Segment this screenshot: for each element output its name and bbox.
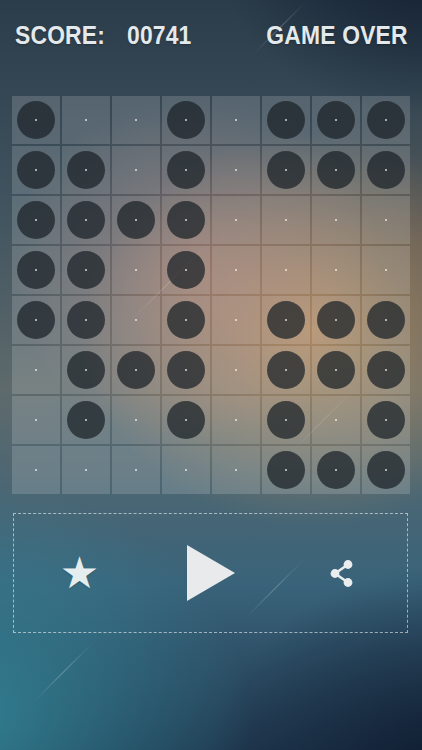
board-cell[interactable] — [12, 96, 60, 144]
board-cell[interactable] — [162, 296, 210, 344]
cell-center-dot — [185, 169, 187, 171]
cell-center-dot — [285, 419, 287, 421]
cell-center-dot — [185, 419, 187, 421]
cell-center-dot — [85, 119, 87, 121]
cell-center-dot — [235, 419, 237, 421]
board-cell[interactable] — [262, 396, 310, 444]
board-cell[interactable] — [312, 396, 360, 444]
cell-center-dot — [335, 369, 337, 371]
board-cell[interactable] — [62, 446, 110, 494]
game-over-text: GAME OVER — [267, 20, 408, 51]
light-streak — [33, 641, 95, 703]
board-cell[interactable] — [112, 246, 160, 294]
board-cell[interactable] — [162, 346, 210, 394]
score-label: SCORE: — [15, 20, 105, 51]
board-cell[interactable] — [12, 146, 60, 194]
cell-center-dot — [335, 269, 337, 271]
cell-center-dot — [85, 419, 87, 421]
cell-center-dot — [285, 469, 287, 471]
board-cell[interactable] — [62, 246, 110, 294]
board-cell[interactable] — [212, 396, 260, 444]
cell-center-dot — [35, 369, 37, 371]
board-cell[interactable] — [312, 246, 360, 294]
share-button[interactable] — [276, 514, 407, 632]
cell-center-dot — [235, 319, 237, 321]
cell-center-dot — [335, 169, 337, 171]
board-cell[interactable] — [262, 196, 310, 244]
cell-center-dot — [35, 269, 37, 271]
cell-center-dot — [35, 119, 37, 121]
score-value: 00741 — [127, 20, 192, 51]
board-cell[interactable] — [362, 446, 410, 494]
cell-center-dot — [35, 469, 37, 471]
cell-center-dot — [385, 169, 387, 171]
cell-center-dot — [385, 119, 387, 121]
board-cell[interactable] — [62, 196, 110, 244]
cell-center-dot — [185, 369, 187, 371]
cell-center-dot — [285, 119, 287, 121]
board-cell[interactable] — [262, 346, 310, 394]
board-cell[interactable] — [212, 446, 260, 494]
cell-center-dot — [85, 169, 87, 171]
cell-center-dot — [285, 369, 287, 371]
cell-center-dot — [385, 469, 387, 471]
cell-center-dot — [285, 269, 287, 271]
cell-center-dot — [385, 419, 387, 421]
cell-center-dot — [185, 469, 187, 471]
board-cell[interactable] — [262, 96, 310, 144]
board-cell[interactable] — [262, 446, 310, 494]
cell-center-dot — [335, 469, 337, 471]
board-cell[interactable] — [62, 96, 110, 144]
board-cell[interactable] — [262, 296, 310, 344]
cell-center-dot — [85, 369, 87, 371]
board-cell[interactable] — [212, 246, 260, 294]
board-cell[interactable] — [212, 196, 260, 244]
board-cell[interactable] — [312, 96, 360, 144]
board-cell[interactable] — [12, 346, 60, 394]
cell-center-dot — [335, 219, 337, 221]
cell-center-dot — [135, 369, 137, 371]
board-grid — [12, 96, 410, 494]
cell-center-dot — [385, 269, 387, 271]
board-cell[interactable] — [312, 346, 360, 394]
cell-center-dot — [235, 469, 237, 471]
cell-center-dot — [285, 169, 287, 171]
cell-center-dot — [235, 219, 237, 221]
board-cell[interactable] — [12, 246, 60, 294]
board-cell[interactable] — [162, 446, 210, 494]
cell-center-dot — [185, 269, 187, 271]
replay-button[interactable] — [145, 514, 276, 632]
board-cell[interactable] — [12, 296, 60, 344]
cell-center-dot — [85, 219, 87, 221]
cell-center-dot — [135, 469, 137, 471]
favorite-button[interactable]: ★ — [14, 514, 145, 632]
cell-center-dot — [235, 369, 237, 371]
board-cell[interactable] — [212, 346, 260, 394]
board-cell[interactable] — [212, 96, 260, 144]
board-cell[interactable] — [62, 346, 110, 394]
cell-center-dot — [135, 219, 137, 221]
board-cell[interactable] — [362, 196, 410, 244]
board-cell[interactable] — [162, 396, 210, 444]
board-cell[interactable] — [112, 196, 160, 244]
star-icon: ★ — [60, 551, 99, 595]
cell-center-dot — [235, 119, 237, 121]
share-icon — [328, 558, 355, 589]
cell-center-dot — [35, 319, 37, 321]
board-cell[interactable] — [12, 196, 60, 244]
top-bar: SCORE: 00741 GAME OVER — [0, 0, 422, 51]
score: SCORE: 00741 — [15, 20, 201, 51]
board-cell[interactable] — [162, 246, 210, 294]
cell-center-dot — [85, 469, 87, 471]
control-panel: ★ — [13, 513, 408, 633]
board-cell[interactable] — [212, 146, 260, 194]
cell-center-dot — [235, 269, 237, 271]
cell-center-dot — [235, 169, 237, 171]
cell-center-dot — [335, 319, 337, 321]
board-cell[interactable] — [262, 146, 310, 194]
board-cell[interactable] — [362, 346, 410, 394]
board-cell[interactable] — [312, 446, 360, 494]
board-cell[interactable] — [162, 196, 210, 244]
cell-center-dot — [135, 119, 137, 121]
play-icon — [186, 544, 236, 602]
board-cell[interactable] — [162, 146, 210, 194]
board-cell[interactable] — [362, 246, 410, 294]
cell-center-dot — [185, 219, 187, 221]
board-cell[interactable] — [12, 396, 60, 444]
board-cell[interactable] — [12, 446, 60, 494]
board-cell[interactable] — [362, 396, 410, 444]
cell-center-dot — [385, 319, 387, 321]
cell-center-dot — [135, 419, 137, 421]
cell-center-dot — [385, 369, 387, 371]
cell-center-dot — [135, 269, 137, 271]
cell-center-dot — [185, 119, 187, 121]
cell-center-dot — [135, 169, 137, 171]
board-cell[interactable] — [112, 396, 160, 444]
cell-center-dot — [385, 219, 387, 221]
board-cell[interactable] — [262, 246, 310, 294]
board-cell[interactable] — [62, 296, 110, 344]
cell-center-dot — [335, 419, 337, 421]
board-cell[interactable] — [112, 446, 160, 494]
board-cell[interactable] — [62, 396, 110, 444]
board-cell[interactable] — [312, 196, 360, 244]
cell-center-dot — [285, 319, 287, 321]
board-cell[interactable] — [112, 296, 160, 344]
board-cell[interactable] — [362, 96, 410, 144]
game-status: GAME OVER — [247, 20, 408, 51]
board-cell[interactable] — [112, 96, 160, 144]
board-cell[interactable] — [162, 96, 210, 144]
game-screen: SCORE: 00741 GAME OVER ★ — [0, 0, 422, 750]
board-cell[interactable] — [112, 146, 160, 194]
cell-center-dot — [285, 219, 287, 221]
cell-center-dot — [135, 319, 137, 321]
cell-center-dot — [35, 169, 37, 171]
board-cell[interactable] — [62, 146, 110, 194]
cell-center-dot — [85, 319, 87, 321]
cell-center-dot — [35, 219, 37, 221]
cell-center-dot — [185, 319, 187, 321]
board-cell[interactable] — [362, 296, 410, 344]
board-cell[interactable] — [312, 146, 360, 194]
board-cell[interactable] — [212, 296, 260, 344]
cell-center-dot — [335, 119, 337, 121]
cell-center-dot — [35, 419, 37, 421]
board-cell[interactable] — [312, 296, 360, 344]
board-cell[interactable] — [112, 346, 160, 394]
board-cell[interactable] — [362, 146, 410, 194]
cell-center-dot — [85, 269, 87, 271]
